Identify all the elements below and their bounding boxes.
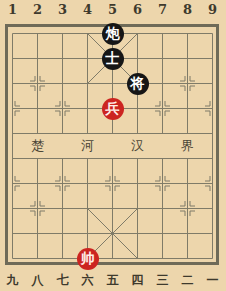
board-point-6-8[interactable] — [125, 196, 150, 221]
board-point-2-7[interactable] — [25, 171, 50, 196]
board-point-4-7[interactable] — [75, 171, 100, 196]
board-point-2-3[interactable] — [25, 71, 50, 96]
board-point-7-6[interactable] — [150, 146, 175, 171]
river-char-3: 汉 — [131, 137, 144, 155]
xiangqi-board-page: 123456789 楚河汉界 炮士将兵帅 九八七六五四三二一 — [0, 0, 226, 291]
board-point-7-1[interactable] — [150, 21, 175, 46]
board-point-7-8[interactable] — [150, 196, 175, 221]
board-point-2-8[interactable] — [25, 196, 50, 221]
file-label-bottom-5: 五 — [100, 272, 125, 288]
board-point-3-5[interactable] — [50, 121, 75, 146]
board-point-9-7[interactable] — [200, 171, 225, 196]
board-point-1-1[interactable] — [0, 21, 25, 46]
board-point-3-2[interactable] — [50, 46, 75, 71]
board-point-9-10[interactable] — [200, 246, 225, 271]
board-point-5-5[interactable] — [100, 121, 125, 146]
board-point-7-10[interactable] — [150, 246, 175, 271]
board-point-8-10[interactable] — [175, 246, 200, 271]
river-char-1: 楚 — [31, 137, 44, 155]
board-point-5-10[interactable] — [100, 246, 125, 271]
board-point-1-6[interactable] — [0, 146, 25, 171]
board-point-5-9[interactable] — [100, 221, 125, 246]
piece-red-general[interactable]: 帅 — [77, 248, 99, 270]
board-point-3-10[interactable] — [50, 246, 75, 271]
board-point-3-1[interactable] — [50, 21, 75, 46]
file-label-bottom-4: 六 — [75, 272, 100, 288]
board-point-9-6[interactable] — [200, 146, 225, 171]
file-label-bottom-8: 二 — [175, 272, 200, 288]
board-point-1-7[interactable] — [0, 171, 25, 196]
board-point-8-9[interactable] — [175, 221, 200, 246]
file-label-bottom-3: 七 — [50, 272, 75, 288]
board-point-4-8[interactable] — [75, 196, 100, 221]
board-point-9-5[interactable] — [200, 121, 225, 146]
board-point-2-4[interactable] — [25, 96, 50, 121]
board-point-7-5[interactable] — [150, 121, 175, 146]
board-point-6-1[interactable] — [125, 21, 150, 46]
board-point-5-7[interactable] — [100, 171, 125, 196]
piece-red-soldier[interactable]: 兵 — [102, 98, 124, 120]
piece-black-general[interactable]: 将 — [127, 73, 149, 95]
board-point-4-9[interactable] — [75, 221, 100, 246]
board-point-3-4[interactable] — [50, 96, 75, 121]
board-point-9-3[interactable] — [200, 71, 225, 96]
board-point-8-7[interactable] — [175, 171, 200, 196]
board-point-5-3[interactable] — [100, 71, 125, 96]
board-point-7-7[interactable] — [150, 171, 175, 196]
board-point-6-10[interactable] — [125, 246, 150, 271]
board-point-4-3[interactable] — [75, 71, 100, 96]
board-point-2-10[interactable] — [25, 246, 50, 271]
board-point-1-2[interactable] — [0, 46, 25, 71]
board-point-8-2[interactable] — [175, 46, 200, 71]
board-point-1-8[interactable] — [0, 196, 25, 221]
board-point-9-9[interactable] — [200, 221, 225, 246]
board-point-1-5[interactable] — [0, 121, 25, 146]
board-point-2-2[interactable] — [25, 46, 50, 71]
board-point-6-2[interactable] — [125, 46, 150, 71]
board-point-1-10[interactable] — [0, 246, 25, 271]
board-point-6-9[interactable] — [125, 221, 150, 246]
file-label-bottom-9: 一 — [200, 272, 225, 288]
board-point-5-6[interactable] — [100, 146, 125, 171]
board-point-9-8[interactable] — [200, 196, 225, 221]
board-point-4-2[interactable] — [75, 46, 100, 71]
board-point-6-7[interactable] — [125, 171, 150, 196]
piece-black-cannon[interactable]: 炮 — [102, 23, 124, 45]
board-point-8-4[interactable] — [175, 96, 200, 121]
board-point-2-1[interactable] — [25, 21, 50, 46]
board-point-1-3[interactable] — [0, 71, 25, 96]
file-label-bottom-7: 三 — [150, 272, 175, 288]
file-labels-bottom: 九八七六五四三二一 — [0, 272, 225, 288]
board-point-3-7[interactable] — [50, 171, 75, 196]
board-point-7-3[interactable] — [150, 71, 175, 96]
board-point-4-4[interactable] — [75, 96, 100, 121]
board-point-4-1[interactable] — [75, 21, 100, 46]
river-char-4: 界 — [181, 137, 194, 155]
board-point-6-4[interactable] — [125, 96, 150, 121]
board-point-7-2[interactable] — [150, 46, 175, 71]
file-label-bottom-2: 八 — [25, 272, 50, 288]
board-point-5-8[interactable] — [100, 196, 125, 221]
board-point-8-8[interactable] — [175, 196, 200, 221]
piece-black-advisor[interactable]: 士 — [102, 48, 124, 70]
board-point-9-1[interactable] — [200, 21, 225, 46]
board-point-3-8[interactable] — [50, 196, 75, 221]
board-point-1-9[interactable] — [0, 221, 25, 246]
board-point-8-3[interactable] — [175, 71, 200, 96]
river-char-2: 河 — [81, 137, 94, 155]
board-point-3-3[interactable] — [50, 71, 75, 96]
board-point-3-6[interactable] — [50, 146, 75, 171]
board-point-1-4[interactable] — [0, 96, 25, 121]
board-point-9-2[interactable] — [200, 46, 225, 71]
board-point-8-1[interactable] — [175, 21, 200, 46]
board-point-9-4[interactable] — [200, 96, 225, 121]
board-point-2-9[interactable] — [25, 221, 50, 246]
file-label-bottom-1: 九 — [0, 272, 25, 288]
file-label-bottom-6: 四 — [125, 272, 150, 288]
board-point-7-4[interactable] — [150, 96, 175, 121]
board-point-3-9[interactable] — [50, 221, 75, 246]
board-point-7-9[interactable] — [150, 221, 175, 246]
